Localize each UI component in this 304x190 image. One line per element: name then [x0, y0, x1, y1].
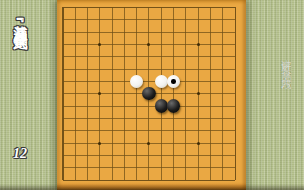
grid-line-vertical	[222, 7, 223, 180]
last-move-marker	[171, 79, 176, 84]
black-stone[interactable]	[167, 99, 181, 113]
series-title-vertical: 『浦月』基础定式	[9, 13, 31, 148]
video-frame: 『浦月』基础定式 12 讲解 李喆 六段	[0, 0, 304, 190]
grid-line-horizontal	[63, 167, 236, 168]
star-point	[98, 142, 101, 145]
grid-line-vertical	[235, 7, 237, 180]
go-board-grid[interactable]	[63, 7, 236, 179]
star-point	[197, 142, 200, 145]
star-point	[197, 43, 200, 46]
white-stone[interactable]	[167, 75, 181, 89]
star-point	[197, 92, 200, 95]
go-board[interactable]	[57, 0, 246, 190]
white-stone[interactable]	[130, 75, 144, 89]
grid-line-horizontal	[63, 155, 236, 156]
black-stone[interactable]	[142, 87, 156, 101]
star-point	[98, 43, 101, 46]
episode-number: 12	[13, 146, 27, 162]
grid-line-horizontal	[63, 180, 236, 182]
star-point	[98, 92, 101, 95]
lecturer-watermark-vertical: 讲解 李喆 六段	[279, 51, 294, 186]
